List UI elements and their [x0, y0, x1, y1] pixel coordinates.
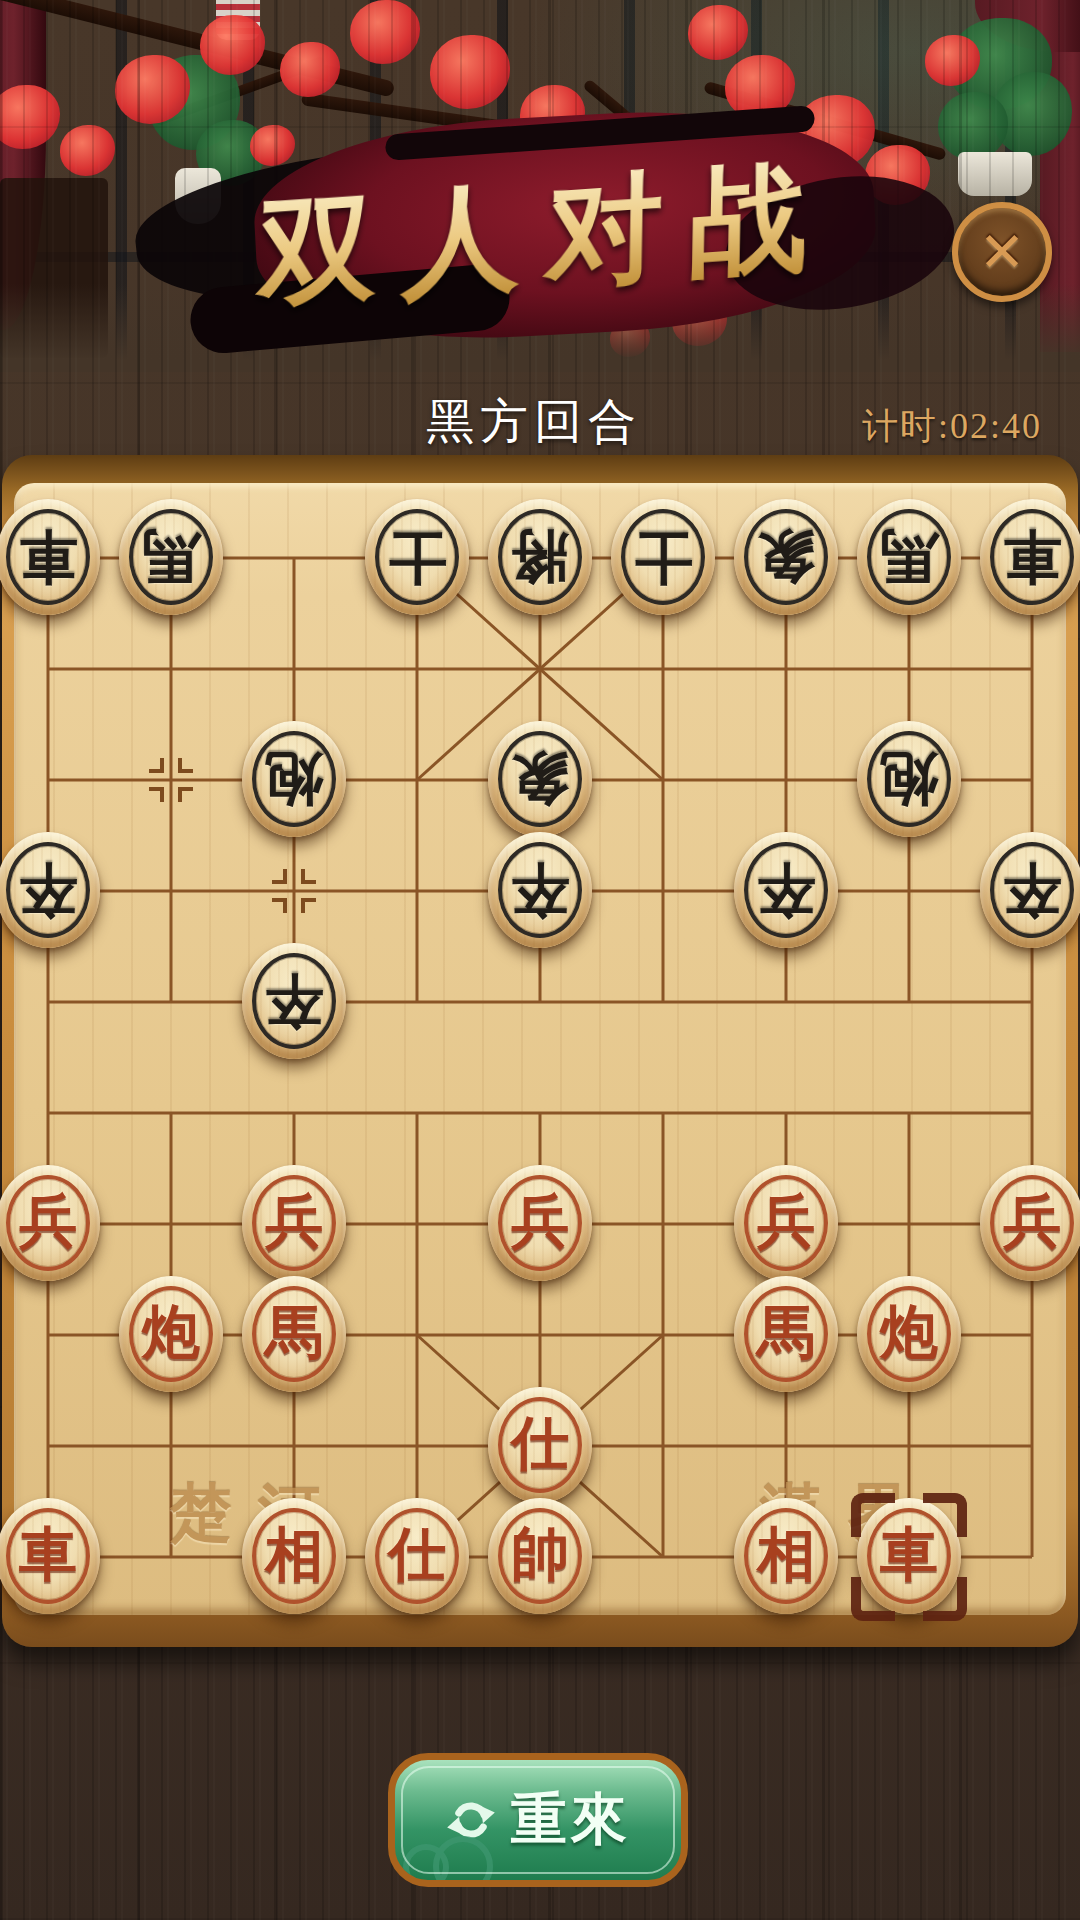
piece-glyph: 象	[511, 749, 569, 807]
timer: 计时:02:40	[862, 402, 1042, 451]
piece-glyph: 馬	[757, 1304, 815, 1362]
piece-glyph: 相	[757, 1526, 815, 1584]
piece-glyph: 卒	[1003, 860, 1061, 918]
piece-black-炮[interactable]: 炮	[857, 721, 961, 837]
piece-red-車[interactable]: 車	[857, 1498, 961, 1614]
piece-glyph: 車	[19, 527, 77, 585]
piece-glyph: 卒	[265, 971, 323, 1029]
piece-red-馬[interactable]: 馬	[242, 1276, 346, 1392]
piece-glyph: 卒	[19, 860, 77, 918]
restart-button[interactable]: 重來	[388, 1753, 688, 1887]
piece-black-卒[interactable]: 卒	[242, 943, 346, 1059]
piece-black-卒[interactable]: 卒	[488, 832, 592, 948]
timer-value: 02:40	[950, 406, 1042, 446]
piece-black-車[interactable]: 車	[0, 499, 100, 615]
piece-glyph: 象	[757, 527, 815, 585]
piece-glyph: 馬	[142, 527, 200, 585]
piece-red-相[interactable]: 相	[734, 1498, 838, 1614]
piece-glyph: 馬	[265, 1304, 323, 1362]
piece-glyph: 士	[388, 527, 446, 585]
piece-red-兵[interactable]: 兵	[0, 1165, 100, 1281]
piece-glyph: 兵	[511, 1193, 569, 1251]
piece-red-炮[interactable]: 炮	[857, 1276, 961, 1392]
piece-glyph: 將	[511, 527, 569, 585]
piece-red-車[interactable]: 車	[0, 1498, 100, 1614]
piece-glyph: 兵	[1003, 1193, 1061, 1251]
piece-glyph: 炮	[880, 749, 938, 807]
cloud-decoration	[403, 1846, 493, 1876]
piece-black-馬[interactable]: 馬	[119, 499, 223, 615]
page-title: 双人对战	[180, 130, 911, 342]
piece-glyph: 車	[19, 1526, 77, 1584]
plant-pot	[958, 152, 1032, 196]
title-banner: 双人对战	[135, 108, 935, 348]
piece-glyph: 卒	[757, 860, 815, 918]
piece-red-仕[interactable]: 仕	[488, 1387, 592, 1503]
restart-label: 重來	[511, 1782, 631, 1858]
piece-red-炮[interactable]: 炮	[119, 1276, 223, 1392]
piece-glyph: 兵	[265, 1193, 323, 1251]
piece-glyph: 仕	[388, 1526, 446, 1584]
piece-red-帥[interactable]: 帥	[488, 1498, 592, 1614]
piece-red-兵[interactable]: 兵	[980, 1165, 1080, 1281]
piece-glyph: 相	[265, 1526, 323, 1584]
piece-glyph: 馬	[880, 527, 938, 585]
piece-red-兵[interactable]: 兵	[734, 1165, 838, 1281]
piece-red-馬[interactable]: 馬	[734, 1276, 838, 1392]
piece-black-卒[interactable]: 卒	[980, 832, 1080, 948]
piece-glyph: 炮	[142, 1304, 200, 1362]
piece-glyph: 車	[1003, 527, 1061, 585]
piece-glyph: 仕	[511, 1415, 569, 1473]
piece-black-將[interactable]: 將	[488, 499, 592, 615]
timer-label: 计时:	[862, 406, 950, 446]
piece-glyph: 卒	[511, 860, 569, 918]
piece-glyph: 兵	[757, 1193, 815, 1251]
piece-glyph: 帥	[511, 1526, 569, 1584]
piece-black-士[interactable]: 士	[365, 499, 469, 615]
piece-red-兵[interactable]: 兵	[242, 1165, 346, 1281]
piece-red-仕[interactable]: 仕	[365, 1498, 469, 1614]
piece-black-馬[interactable]: 馬	[857, 499, 961, 615]
piece-black-卒[interactable]: 卒	[0, 832, 100, 948]
piece-glyph: 車	[880, 1526, 938, 1584]
app-screen: 双人对战 ✕ 黑方回合 计时:02:40 楚河 漢界 車馬士將士象馬車炮象炮卒卒…	[0, 0, 1080, 1920]
piece-glyph: 炮	[265, 749, 323, 807]
piece-glyph: 兵	[19, 1193, 77, 1251]
close-button[interactable]: ✕	[952, 202, 1052, 302]
piece-glyph: 士	[634, 527, 692, 585]
piece-glyph: 炮	[880, 1304, 938, 1362]
piece-black-車[interactable]: 車	[980, 499, 1080, 615]
piece-black-象[interactable]: 象	[734, 499, 838, 615]
close-icon: ✕	[958, 208, 1046, 296]
piece-red-相[interactable]: 相	[242, 1498, 346, 1614]
piece-black-士[interactable]: 士	[611, 499, 715, 615]
piece-black-炮[interactable]: 炮	[242, 721, 346, 837]
piece-red-兵[interactable]: 兵	[488, 1165, 592, 1281]
piece-black-卒[interactable]: 卒	[734, 832, 838, 948]
piece-black-象[interactable]: 象	[488, 721, 592, 837]
